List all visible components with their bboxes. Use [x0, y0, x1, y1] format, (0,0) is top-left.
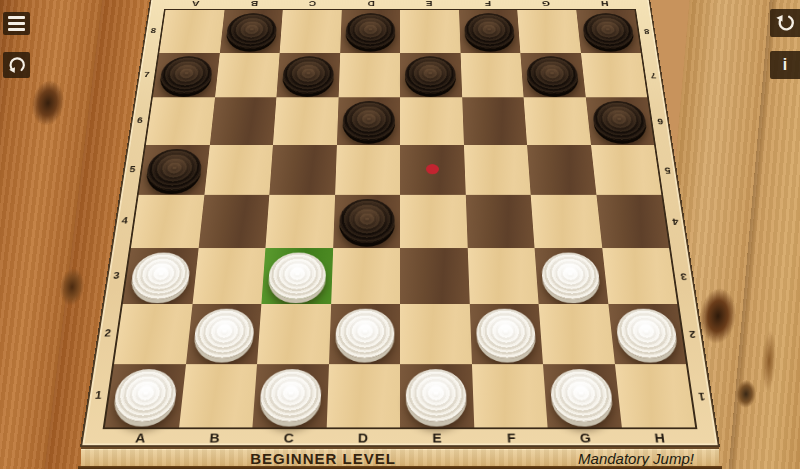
file-label-E: E: [400, 0, 459, 8]
square-c8[interactable]: [280, 10, 342, 53]
square-a8[interactable]: [159, 10, 224, 53]
white-piece-a1[interactable]: [112, 369, 179, 422]
square-g1[interactable]: [543, 364, 621, 428]
square-b2[interactable]: [186, 304, 262, 364]
move-target-dot[interactable]: [426, 164, 439, 174]
checkers-board: ABCDEFGH ABCDEFGH 87654321 87654321: [80, 0, 720, 447]
file-label-H: H: [575, 0, 635, 8]
black-piece-a7[interactable]: [159, 56, 214, 93]
black-piece-d6[interactable]: [342, 101, 395, 140]
info-button[interactable]: i: [770, 51, 800, 79]
file-label-B: B: [224, 0, 283, 8]
black-piece-f8[interactable]: [464, 13, 515, 48]
file-label-A: A: [166, 0, 226, 8]
square-h1[interactable]: [614, 364, 695, 428]
board-grid: [105, 10, 695, 427]
square-a4[interactable]: [131, 195, 204, 248]
undo-arrow-icon: [774, 12, 796, 34]
square-h2[interactable]: [608, 304, 686, 364]
hamburger-menu-icon: [8, 16, 25, 31]
square-e8[interactable]: [400, 10, 460, 53]
white-piece-d2[interactable]: [335, 309, 394, 359]
file-label-F: F: [458, 0, 517, 8]
square-h4[interactable]: [596, 195, 669, 248]
square-d3[interactable]: [331, 248, 400, 304]
square-f8[interactable]: [459, 10, 521, 53]
file-label-F: F: [474, 429, 549, 446]
square-g7[interactable]: [520, 52, 585, 97]
square-c2[interactable]: [257, 304, 331, 364]
rotate-board-button[interactable]: [3, 52, 30, 78]
white-piece-c3[interactable]: [268, 252, 327, 299]
square-g3[interactable]: [535, 248, 608, 304]
square-e4[interactable]: [400, 195, 467, 248]
white-piece-e1[interactable]: [406, 369, 467, 422]
black-piece-h6[interactable]: [591, 101, 648, 140]
square-b1[interactable]: [179, 364, 257, 428]
file-label-B: B: [177, 429, 253, 446]
square-e3[interactable]: [400, 248, 469, 304]
white-piece-c1[interactable]: [259, 369, 322, 422]
file-label-E: E: [400, 429, 474, 446]
square-d6[interactable]: [336, 97, 400, 144]
menu-button[interactable]: [3, 12, 30, 35]
black-piece-e7[interactable]: [405, 56, 456, 93]
white-piece-f2[interactable]: [475, 309, 536, 359]
square-g4[interactable]: [531, 195, 602, 248]
file-label-C: C: [283, 0, 342, 8]
file-label-A: A: [102, 429, 178, 446]
square-f4[interactable]: [465, 195, 534, 248]
square-h5[interactable]: [591, 145, 662, 195]
square-f7[interactable]: [460, 52, 523, 97]
white-piece-g1[interactable]: [549, 369, 614, 422]
square-c7[interactable]: [276, 52, 339, 97]
file-labels-top: ABCDEFGH: [166, 0, 634, 8]
square-a7[interactable]: [153, 52, 220, 97]
square-f6[interactable]: [462, 97, 527, 144]
file-label-C: C: [251, 429, 326, 446]
square-a5[interactable]: [139, 145, 210, 195]
square-b3[interactable]: [192, 248, 265, 304]
square-c4[interactable]: [265, 195, 334, 248]
square-d2[interactable]: [329, 304, 400, 364]
board-front-face: BEGINNER LEVEL Mandatory Jump!: [81, 447, 719, 468]
square-g8[interactable]: [517, 10, 580, 53]
file-label-G: G: [516, 0, 575, 8]
square-d8[interactable]: [340, 10, 400, 53]
file-label-G: G: [548, 429, 624, 446]
info-icon: i: [783, 57, 787, 73]
mandatory-jump-message: Mandatory Jump!: [486, 450, 786, 467]
white-piece-h2[interactable]: [614, 309, 679, 359]
square-e6[interactable]: [400, 97, 464, 144]
square-e5[interactable]: [400, 145, 465, 195]
undo-button[interactable]: [770, 9, 800, 37]
square-f1[interactable]: [471, 364, 547, 428]
square-h3[interactable]: [602, 248, 677, 304]
square-a2[interactable]: [114, 304, 192, 364]
square-d7[interactable]: [338, 52, 400, 97]
square-b8[interactable]: [220, 10, 283, 53]
file-labels-bottom: ABCDEFGH: [102, 429, 698, 446]
file-label-H: H: [622, 429, 698, 446]
rotate-icon: [7, 55, 27, 75]
square-f3[interactable]: [467, 248, 538, 304]
square-g6[interactable]: [524, 97, 591, 144]
square-c3[interactable]: [261, 248, 332, 304]
square-h6[interactable]: [585, 97, 654, 144]
square-g2[interactable]: [539, 304, 615, 364]
square-d1[interactable]: [326, 364, 400, 428]
square-b6[interactable]: [209, 97, 276, 144]
square-e2[interactable]: [400, 304, 471, 364]
square-e1[interactable]: [400, 364, 474, 428]
square-g5[interactable]: [527, 145, 596, 195]
square-c1[interactable]: [252, 364, 328, 428]
square-c5[interactable]: [269, 145, 336, 195]
square-h7[interactable]: [580, 52, 647, 97]
file-label-D: D: [326, 429, 400, 446]
square-a3[interactable]: [123, 248, 198, 304]
square-b7[interactable]: [215, 52, 280, 97]
square-a6[interactable]: [146, 97, 215, 144]
black-piece-d8[interactable]: [345, 13, 395, 48]
level-label: BEGINNER LEVEL: [173, 450, 473, 467]
black-piece-a5[interactable]: [145, 149, 204, 191]
black-piece-h8[interactable]: [581, 13, 635, 48]
checkers-app-screen: ABCDEFGH ABCDEFGH 87654321 87654321 BEGI…: [0, 0, 800, 469]
white-piece-g3[interactable]: [541, 252, 602, 299]
square-h8[interactable]: [576, 10, 641, 53]
square-e7[interactable]: [400, 52, 462, 97]
square-d5[interactable]: [335, 145, 400, 195]
square-c6[interactable]: [273, 97, 338, 144]
black-piece-c7[interactable]: [282, 56, 335, 93]
square-f2[interactable]: [469, 304, 543, 364]
black-piece-g7[interactable]: [526, 56, 580, 93]
black-piece-d4[interactable]: [339, 199, 395, 243]
white-piece-b2[interactable]: [192, 309, 255, 359]
file-label-D: D: [341, 0, 400, 8]
white-piece-a3[interactable]: [129, 252, 192, 299]
square-b5[interactable]: [204, 145, 273, 195]
square-b4[interactable]: [198, 195, 269, 248]
black-piece-b8[interactable]: [225, 13, 278, 48]
square-f5[interactable]: [464, 145, 531, 195]
square-d4[interactable]: [333, 195, 400, 248]
square-a1[interactable]: [105, 364, 186, 428]
